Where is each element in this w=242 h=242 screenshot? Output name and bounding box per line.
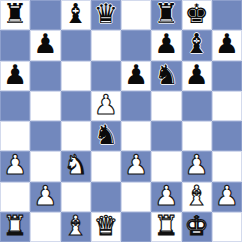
square-c8[interactable]: ♝ (61, 0, 91, 30)
square-h7[interactable]: ♟ (212, 30, 242, 60)
square-b4[interactable] (30, 121, 60, 151)
square-g3[interactable]: ♟ (182, 151, 212, 181)
square-h4[interactable] (212, 121, 242, 151)
square-a7[interactable] (0, 30, 30, 60)
chess-board: ♜♝♛♜♚♟♟♝♟♟♟♞♟♟♞♟♞♟♟♟♟♝♟♜♝♛♜♚ (0, 0, 242, 242)
square-g7[interactable]: ♝ (182, 30, 212, 60)
black-pawn-a6[interactable]: ♟ (3, 61, 27, 90)
square-d5[interactable]: ♟ (91, 91, 121, 121)
white-bishop-g2[interactable]: ♝ (185, 182, 209, 211)
square-a5[interactable] (0, 91, 30, 121)
square-f8[interactable]: ♜ (151, 0, 181, 30)
black-pawn-b7[interactable]: ♟ (33, 30, 57, 59)
white-pawn-e3[interactable]: ♟ (124, 151, 148, 180)
square-e5[interactable] (121, 91, 151, 121)
square-c7[interactable] (61, 30, 91, 60)
white-rook-a1[interactable]: ♜ (3, 212, 27, 241)
black-queen-d8[interactable]: ♛ (94, 0, 118, 29)
square-e3[interactable]: ♟ (121, 151, 151, 181)
black-pawn-g6[interactable]: ♟ (185, 61, 209, 90)
white-pawn-d5[interactable]: ♟ (94, 91, 118, 120)
square-g6[interactable]: ♟ (182, 61, 212, 91)
black-king-g8[interactable]: ♚ (185, 0, 209, 29)
white-pawn-b2[interactable]: ♟ (33, 182, 57, 211)
square-c5[interactable] (61, 91, 91, 121)
square-f1[interactable]: ♜ (151, 212, 181, 242)
square-g1[interactable]: ♚ (182, 212, 212, 242)
white-queen-d1[interactable]: ♛ (94, 212, 118, 241)
square-a1[interactable]: ♜ (0, 212, 30, 242)
square-f5[interactable] (151, 91, 181, 121)
square-e6[interactable]: ♟ (121, 61, 151, 91)
square-a8[interactable]: ♜ (0, 0, 30, 30)
white-pawn-h2[interactable]: ♟ (215, 182, 239, 211)
square-e4[interactable] (121, 121, 151, 151)
black-knight-f6[interactable]: ♞ (154, 61, 178, 90)
square-a2[interactable] (0, 182, 30, 212)
black-rook-f8[interactable]: ♜ (154, 0, 178, 29)
white-bishop-c1[interactable]: ♝ (64, 212, 88, 241)
square-f4[interactable] (151, 121, 181, 151)
square-d1[interactable]: ♛ (91, 212, 121, 242)
square-d2[interactable] (91, 182, 121, 212)
square-b1[interactable] (30, 212, 60, 242)
white-pawn-a3[interactable]: ♟ (3, 151, 27, 180)
black-pawn-h7[interactable]: ♟ (215, 30, 239, 59)
white-pawn-f2[interactable]: ♟ (154, 182, 178, 211)
square-e8[interactable] (121, 0, 151, 30)
square-b7[interactable]: ♟ (30, 30, 60, 60)
black-pawn-e6[interactable]: ♟ (124, 61, 148, 90)
square-f6[interactable]: ♞ (151, 61, 181, 91)
square-a6[interactable]: ♟ (0, 61, 30, 91)
black-bishop-c8[interactable]: ♝ (64, 0, 88, 29)
black-bishop-g7[interactable]: ♝ (185, 30, 209, 59)
square-c1[interactable]: ♝ (61, 212, 91, 242)
square-c6[interactable] (61, 61, 91, 91)
square-c3[interactable]: ♞ (61, 151, 91, 181)
square-f3[interactable] (151, 151, 181, 181)
square-g2[interactable]: ♝ (182, 182, 212, 212)
square-b6[interactable] (30, 61, 60, 91)
square-d6[interactable] (91, 61, 121, 91)
square-g5[interactable] (182, 91, 212, 121)
square-d7[interactable] (91, 30, 121, 60)
square-a4[interactable] (0, 121, 30, 151)
square-b3[interactable] (30, 151, 60, 181)
square-c4[interactable] (61, 121, 91, 151)
black-rook-a8[interactable]: ♜ (3, 0, 27, 29)
square-a3[interactable]: ♟ (0, 151, 30, 181)
square-h3[interactable] (212, 151, 242, 181)
square-b5[interactable] (30, 91, 60, 121)
square-h6[interactable] (212, 61, 242, 91)
square-g8[interactable]: ♚ (182, 0, 212, 30)
square-c2[interactable] (61, 182, 91, 212)
square-e2[interactable] (121, 182, 151, 212)
board-area: ♜♝♛♜♚♟♟♝♟♟♟♞♟♟♞♟♞♟♟♟♟♝♟♜♝♛♜♚ (0, 0, 242, 242)
black-pawn-f7[interactable]: ♟ (154, 30, 178, 59)
square-h2[interactable]: ♟ (212, 182, 242, 212)
square-h1[interactable] (212, 212, 242, 242)
square-d3[interactable] (91, 151, 121, 181)
white-knight-c3[interactable]: ♞ (64, 151, 88, 180)
white-rook-f1[interactable]: ♜ (154, 212, 178, 241)
square-h8[interactable] (212, 0, 242, 30)
square-d4[interactable]: ♞ (91, 121, 121, 151)
square-d8[interactable]: ♛ (91, 0, 121, 30)
square-b8[interactable] (30, 0, 60, 30)
square-e1[interactable] (121, 212, 151, 242)
white-pawn-g3[interactable]: ♟ (185, 151, 209, 180)
black-knight-d4[interactable]: ♞ (94, 121, 118, 150)
square-e7[interactable] (121, 30, 151, 60)
square-b2[interactable]: ♟ (30, 182, 60, 212)
square-f7[interactable]: ♟ (151, 30, 181, 60)
square-g4[interactable] (182, 121, 212, 151)
white-king-g1[interactable]: ♚ (185, 212, 209, 241)
square-h5[interactable] (212, 91, 242, 121)
square-f2[interactable]: ♟ (151, 182, 181, 212)
